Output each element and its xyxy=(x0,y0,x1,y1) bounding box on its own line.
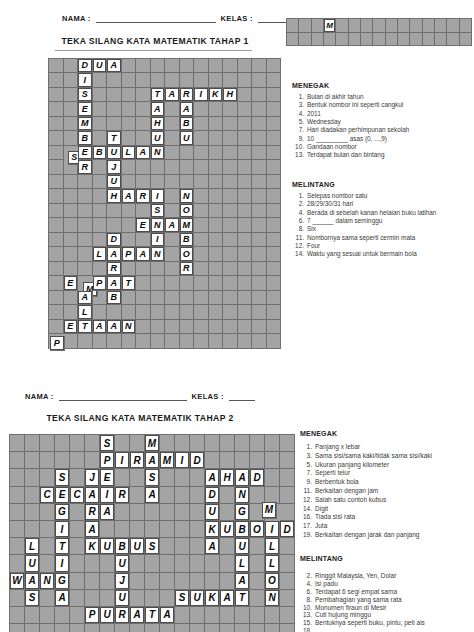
clue-item: 1.Selepas nombor satu xyxy=(292,192,472,200)
empty-cell xyxy=(223,175,238,190)
empty-cell xyxy=(40,435,55,452)
empty-cell xyxy=(267,88,282,103)
empty-cell xyxy=(49,88,64,103)
empty-cell xyxy=(49,262,64,277)
empty-cell xyxy=(194,334,209,349)
nama-label: NAMA : xyxy=(62,14,91,23)
empty-cell xyxy=(151,320,166,335)
empty-cell xyxy=(70,624,85,632)
empty-cell xyxy=(190,487,205,504)
empty-cell xyxy=(312,33,324,47)
empty-cell xyxy=(175,624,190,632)
empty-cell xyxy=(223,218,238,233)
empty-cell xyxy=(238,160,253,175)
empty-cell xyxy=(280,469,295,486)
empty-cell xyxy=(145,555,160,572)
letter-cell-n: N xyxy=(151,247,166,262)
clue-number: 9. xyxy=(292,135,304,142)
clues-menegak-1: MENEGAK 1.Bulan di akhir tahun3.Bentuk n… xyxy=(292,82,472,160)
letter-cell-a: A xyxy=(107,59,122,74)
empty-cell xyxy=(220,452,235,469)
letter-cell-u: U xyxy=(235,538,250,555)
letter-cell-b: B xyxy=(107,291,122,306)
empty-cell xyxy=(223,189,238,204)
empty-cell xyxy=(175,435,190,452)
empty-cell xyxy=(252,146,267,161)
empty-cell xyxy=(252,59,267,74)
clue-item: 1.Panjang x lebar xyxy=(300,443,472,452)
empty-cell xyxy=(267,247,282,262)
kelas-label: KELAS : xyxy=(221,14,253,23)
clue-item: 2.28/29/30/31 hari xyxy=(292,200,472,208)
empty-cell xyxy=(209,175,224,190)
clue-number: 2. xyxy=(300,572,312,579)
empty-cell xyxy=(10,504,25,521)
empty-cell xyxy=(100,573,115,590)
empty-cell xyxy=(180,146,195,161)
letter-cell-n: N xyxy=(180,189,195,204)
empty-cell xyxy=(180,291,195,306)
letter-cell-u: U xyxy=(130,538,145,555)
empty-cell xyxy=(250,555,265,572)
kelas-label: KELAS : xyxy=(192,392,224,401)
empty-cell xyxy=(175,469,190,486)
empty-cell xyxy=(267,305,282,320)
empty-cell xyxy=(223,146,238,161)
empty-cell xyxy=(194,189,209,204)
empty-cell xyxy=(10,521,25,538)
clue-number: 4. xyxy=(292,209,304,216)
clue-number: 8. xyxy=(300,596,312,603)
clue-text: Six xyxy=(304,225,316,232)
empty-cell xyxy=(115,435,130,452)
empty-cell xyxy=(160,573,175,590)
clue-item: 12.Salah satu contoh kubus xyxy=(300,496,472,505)
empty-cell xyxy=(209,117,224,132)
letter-cell-i: I xyxy=(151,189,166,204)
empty-cell xyxy=(130,504,145,521)
clue-number: 17. xyxy=(300,522,312,529)
empty-cell xyxy=(122,204,137,219)
empty-cell xyxy=(223,276,238,291)
empty-cell xyxy=(209,59,224,74)
clue-number: 10. xyxy=(292,143,304,150)
clues-heading: MENEGAK xyxy=(292,82,472,89)
empty-cell xyxy=(93,305,108,320)
empty-cell xyxy=(136,334,151,349)
letter-cell-t: T xyxy=(122,276,137,291)
empty-cell xyxy=(220,573,235,590)
empty-cell xyxy=(100,521,115,538)
empty-cell xyxy=(165,175,180,190)
empty-cell xyxy=(267,204,282,219)
empty-cell xyxy=(10,469,25,486)
empty-cell xyxy=(64,334,79,349)
empty-cell xyxy=(460,33,472,47)
clue-item: 4.2011 xyxy=(292,110,472,118)
empty-cell xyxy=(220,555,235,572)
empty-cell xyxy=(280,487,295,504)
empty-cell xyxy=(280,538,295,555)
empty-cell xyxy=(250,624,265,632)
clue-text: Pembahagian yang sama rata xyxy=(312,596,402,603)
empty-cell xyxy=(223,102,238,117)
empty-cell xyxy=(25,504,40,521)
empty-cell xyxy=(238,73,253,88)
empty-cell xyxy=(136,233,151,248)
empty-cell xyxy=(122,117,137,132)
empty-cell xyxy=(64,131,79,146)
empty-cell xyxy=(160,624,175,632)
letter-cell-t: T xyxy=(78,320,93,335)
empty-cell xyxy=(64,262,79,277)
clue-number: 16. xyxy=(300,513,312,520)
empty-cell xyxy=(299,33,311,47)
empty-cell xyxy=(190,504,205,521)
clue-item: 12.Four xyxy=(292,242,472,250)
empty-cell xyxy=(398,19,410,33)
clue-text: Seperti telur xyxy=(312,469,350,476)
letter-cell-a: A xyxy=(151,102,166,117)
empty-cell xyxy=(205,555,220,572)
empty-cell xyxy=(252,88,267,103)
letter-cell-p: P xyxy=(100,452,115,469)
clue-item: 7.Hari diadakan perhimpunan sekolah xyxy=(292,126,472,134)
empty-cell xyxy=(55,435,70,452)
clue-text: Monumen firaun di Mesir xyxy=(312,604,387,611)
empty-cell xyxy=(64,218,79,233)
letter-cell-a: A xyxy=(145,452,160,469)
letter-cell-m: M xyxy=(78,117,93,132)
clues-melintang-2: MELINTANG 2.Ringgit Malaysia, Yen, Dolar… xyxy=(300,555,472,632)
empty-cell xyxy=(235,435,250,452)
empty-cell xyxy=(100,624,115,632)
clue-text: 10 _________ asas (0, ...,9) xyxy=(304,135,387,142)
empty-cell xyxy=(70,555,85,572)
empty-cell xyxy=(252,334,267,349)
clue-number: 11. xyxy=(300,487,312,494)
empty-cell xyxy=(238,334,253,349)
empty-cell xyxy=(40,469,55,486)
letter-cell-e: E xyxy=(64,320,79,335)
empty-cell xyxy=(235,607,250,624)
clue-text: Terdapat 6 segi empat sama xyxy=(312,588,397,595)
empty-cell xyxy=(238,131,253,146)
letter-cell-m: M xyxy=(145,435,160,452)
empty-cell xyxy=(265,452,280,469)
letter-cell-g: G xyxy=(55,504,70,521)
empty-cell xyxy=(115,521,130,538)
letter-cell-d: D xyxy=(280,521,295,538)
empty-cell xyxy=(55,607,70,624)
letter-cell-t: T xyxy=(151,88,166,103)
empty-cell xyxy=(205,573,220,590)
empty-cell xyxy=(107,88,122,103)
clue-number: 9. xyxy=(300,478,312,485)
empty-cell xyxy=(252,218,267,233)
letter-cell-l: L xyxy=(265,538,280,555)
empty-cell xyxy=(209,204,224,219)
clue-text: Gandaan nombor xyxy=(304,143,357,150)
empty-cell xyxy=(151,276,166,291)
letter-cell-b: B xyxy=(78,131,93,146)
empty-cell xyxy=(265,435,280,452)
empty-cell xyxy=(136,160,151,175)
letter-cell-l: L xyxy=(265,555,280,572)
empty-cell xyxy=(64,247,79,262)
document-page: NAMA : KELAS : TEKA SILANG KATA MATEMATI… xyxy=(0,0,474,632)
empty-cell xyxy=(165,117,180,132)
empty-cell xyxy=(40,452,55,469)
letter-cell-a: A xyxy=(235,573,250,590)
empty-cell xyxy=(93,160,108,175)
letter-cell-m: M xyxy=(262,502,277,519)
empty-cell xyxy=(280,590,295,607)
letter-cell-a: A xyxy=(165,88,180,103)
empty-cell xyxy=(209,262,224,277)
empty-cell xyxy=(209,233,224,248)
empty-cell xyxy=(223,160,238,175)
letter-cell-j: J xyxy=(115,573,130,590)
header-2: NAMA : KELAS : xyxy=(25,392,260,401)
letter-cell-s: S xyxy=(25,590,40,607)
empty-cell xyxy=(93,233,108,248)
empty-cell xyxy=(223,291,238,306)
clues-heading: MENEGAK xyxy=(300,430,472,437)
empty-cell xyxy=(100,555,115,572)
empty-cell xyxy=(447,19,459,33)
empty-cell xyxy=(136,175,151,190)
empty-cell xyxy=(190,624,205,632)
clue-item: 3.Bentuk nombor ini seperti cangkul xyxy=(292,101,472,109)
letter-cell-n: N xyxy=(151,146,166,161)
letter-cell-n: N xyxy=(235,487,250,504)
empty-cell xyxy=(93,102,108,117)
clue-number: 1. xyxy=(292,192,304,199)
empty-cell xyxy=(64,204,79,219)
empty-cell xyxy=(151,160,166,175)
empty-cell xyxy=(130,590,145,607)
empty-cell xyxy=(238,291,253,306)
empty-cell xyxy=(190,521,205,538)
letter-cell-a: A xyxy=(85,521,100,538)
clue-text: Four xyxy=(304,242,320,249)
empty-cell xyxy=(252,175,267,190)
clue-number: 10. xyxy=(300,604,312,611)
letter-cell-u: U xyxy=(180,131,195,146)
empty-cell xyxy=(238,189,253,204)
letter-cell-h: H xyxy=(151,117,166,132)
empty-cell xyxy=(209,131,224,146)
letter-cell-n: N xyxy=(265,590,280,607)
empty-cell xyxy=(151,305,166,320)
empty-cell xyxy=(447,33,459,47)
empty-cell xyxy=(205,435,220,452)
empty-cell xyxy=(40,607,55,624)
letter-cell-h: H xyxy=(220,469,235,486)
letter-cell-r: R xyxy=(115,487,130,504)
empty-cell xyxy=(160,504,175,521)
empty-cell xyxy=(160,590,175,607)
clue-item: 1.Bulan di akhir tahun xyxy=(292,93,472,101)
empty-cell xyxy=(180,160,195,175)
clue-number: 2. xyxy=(292,200,304,207)
empty-cell xyxy=(280,624,295,632)
empty-cell xyxy=(238,218,253,233)
empty-cell xyxy=(267,233,282,248)
clue-text: Juta xyxy=(312,522,327,529)
empty-cell xyxy=(10,590,25,607)
empty-cell xyxy=(10,555,25,572)
letter-cell-r: R xyxy=(180,88,195,103)
empty-cell xyxy=(220,487,235,504)
letter-cell-s: S xyxy=(145,538,160,555)
empty-cell xyxy=(136,73,151,88)
empty-cell xyxy=(160,469,175,486)
clue-item: 8.Pembahagian yang sama rata xyxy=(300,596,472,604)
empty-cell xyxy=(175,487,190,504)
clue-item: 8.Six xyxy=(292,225,472,233)
empty-cell xyxy=(25,469,40,486)
empty-cell xyxy=(194,291,209,306)
clue-text: Tiada sisi rata xyxy=(312,513,355,520)
empty-cell xyxy=(10,487,25,504)
empty-cell xyxy=(336,33,348,47)
empty-cell xyxy=(122,160,137,175)
empty-cell xyxy=(136,276,151,291)
empty-cell xyxy=(267,160,282,175)
empty-cell xyxy=(165,291,180,306)
empty-cell xyxy=(194,59,209,74)
empty-cell xyxy=(238,102,253,117)
clue-text: Bentuk nombor ini seperti cangkul xyxy=(304,101,403,108)
letter-cell-s: S xyxy=(78,88,93,103)
letter-cell-a: A xyxy=(235,469,250,486)
empty-cell xyxy=(145,590,160,607)
clue-text: Ukuran panjang kilometer xyxy=(312,461,389,468)
clue-number: 4. xyxy=(292,110,304,117)
empty-cell xyxy=(64,59,79,74)
clue-text: Nombornya sama seperti cermin mata xyxy=(304,234,415,241)
clue-item: 14.Waktu yang sesuai untuk bermain bola xyxy=(292,250,472,258)
empty-cell xyxy=(435,33,447,47)
empty-cell xyxy=(361,19,373,33)
clue-number: 14. xyxy=(292,250,304,257)
clue-text: 28/29/30/31 hari xyxy=(304,200,353,207)
clue-item: 10.Gandaan nombor xyxy=(292,143,472,151)
empty-cell xyxy=(136,88,151,103)
empty-cell xyxy=(267,262,282,277)
empty-cell xyxy=(49,320,64,335)
empty-cell xyxy=(252,305,267,320)
empty-cell xyxy=(64,233,79,248)
clue-text: Sama sisi/sama kaki/tidak sama sisi/kaki xyxy=(312,452,432,459)
empty-cell xyxy=(25,435,40,452)
clues-heading: MELINTANG xyxy=(300,555,472,562)
clue-text: Digit xyxy=(312,505,328,512)
empty-cell xyxy=(373,19,385,33)
letter-cell-e: E xyxy=(78,146,93,161)
empty-cell xyxy=(78,334,93,349)
empty-cell xyxy=(136,320,151,335)
empty-cell xyxy=(122,262,137,277)
empty-cell xyxy=(267,146,282,161)
empty-cell xyxy=(223,334,238,349)
empty-cell xyxy=(55,452,70,469)
clue-text: Cuti hujung minggu xyxy=(312,611,371,618)
clue-item: 14.Digit xyxy=(300,505,472,514)
empty-cell xyxy=(64,305,79,320)
empty-cell xyxy=(180,59,195,74)
empty-cell xyxy=(78,204,93,219)
empty-cell xyxy=(252,102,267,117)
crossword-grid-tahap-2: SMPIRAMIDSJESAHADCECAIRADNGRAUGMIAKUBOID… xyxy=(9,434,295,632)
empty-cell xyxy=(64,73,79,88)
empty-cell xyxy=(49,189,64,204)
empty-cell xyxy=(160,435,175,452)
letter-cell-b: B xyxy=(235,521,250,538)
empty-cell xyxy=(70,452,85,469)
empty-cell xyxy=(252,233,267,248)
empty-cell xyxy=(287,33,299,47)
empty-cell xyxy=(151,175,166,190)
empty-cell xyxy=(165,189,180,204)
empty-cell xyxy=(107,305,122,320)
letter-cell-u: U xyxy=(115,590,130,607)
empty-cell xyxy=(122,102,137,117)
empty-cell xyxy=(209,102,224,117)
clue-number: 11. xyxy=(292,234,304,241)
letter-cell-s: S xyxy=(145,469,160,486)
header-1: NAMA : KELAS : xyxy=(62,14,295,23)
empty-cell xyxy=(423,19,435,33)
empty-cell xyxy=(175,504,190,521)
letter-cell-h: H xyxy=(107,189,122,204)
letter-cell-l: L xyxy=(25,538,40,555)
empty-cell xyxy=(70,521,85,538)
empty-cell xyxy=(223,73,238,88)
letter-cell-p: P xyxy=(93,276,108,291)
letter-cell-r: R xyxy=(85,504,100,521)
clue-item: 19.Berkaitan dengan jarak dan panjang xyxy=(300,531,472,540)
clue-item: 2.Ringgit Malaysia, Yen, Dolar xyxy=(300,572,472,580)
clue-text: Hari diadakan perhimpunan sekolah xyxy=(304,126,409,133)
empty-cell xyxy=(252,262,267,277)
letter-cell-u: U xyxy=(107,146,122,161)
empty-cell xyxy=(252,73,267,88)
empty-cell xyxy=(349,19,361,33)
empty-cell xyxy=(190,573,205,590)
empty-cell xyxy=(10,607,25,624)
letter-cell-p: P xyxy=(122,247,137,262)
clue-text: Berada di sebelah kanan helaian buku lat… xyxy=(304,209,436,216)
letter-cell-l: L xyxy=(93,247,108,262)
empty-cell xyxy=(130,555,145,572)
empty-cell xyxy=(151,334,166,349)
empty-cell xyxy=(85,555,100,572)
empty-cell xyxy=(165,262,180,277)
letter-cell-t: T xyxy=(145,607,160,624)
nama-label: NAMA : xyxy=(25,392,54,401)
empty-cell xyxy=(267,218,282,233)
empty-cell xyxy=(130,624,145,632)
letter-cell-a: A xyxy=(205,469,220,486)
empty-cell xyxy=(223,247,238,262)
letter-cell-t: T xyxy=(55,538,70,555)
empty-cell xyxy=(223,262,238,277)
clue-number: 13. xyxy=(292,151,304,158)
letter-cell-o: O xyxy=(180,204,195,219)
